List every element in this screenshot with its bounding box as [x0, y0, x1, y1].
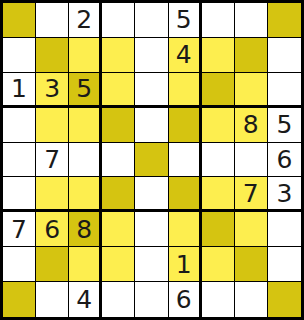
cell-r3c7[interactable]: 8	[235, 108, 268, 143]
cell-r1c7[interactable]	[235, 38, 268, 73]
cell-r6c8[interactable]	[268, 212, 301, 247]
cell-r7c0[interactable]	[3, 247, 36, 282]
cell-r6c3[interactable]	[102, 212, 135, 247]
cell-r2c7[interactable]	[235, 73, 268, 108]
cell-r8c3[interactable]	[102, 282, 135, 317]
cell-r8c5[interactable]: 6	[169, 282, 202, 317]
sudoku-board: 254135857673768146	[0, 0, 304, 320]
cell-r8c1[interactable]	[36, 282, 69, 317]
cell-r1c0[interactable]	[3, 38, 36, 73]
cell-r7c3[interactable]	[102, 247, 135, 282]
cell-r4c7[interactable]	[235, 143, 268, 178]
cell-r5c2[interactable]	[69, 177, 102, 212]
cell-r3c8[interactable]: 5	[268, 108, 301, 143]
cell-r2c1[interactable]: 3	[36, 73, 69, 108]
cell-r4c5[interactable]	[169, 143, 202, 178]
cell-r5c6[interactable]	[202, 177, 235, 212]
cell-r8c0[interactable]	[3, 282, 36, 317]
cell-r3c1[interactable]	[36, 108, 69, 143]
cell-r2c2[interactable]: 5	[69, 73, 102, 108]
cell-r0c5[interactable]: 5	[169, 3, 202, 38]
cell-r4c4[interactable]	[135, 143, 168, 178]
cell-r2c6[interactable]	[202, 73, 235, 108]
cell-r6c7[interactable]	[235, 212, 268, 247]
cell-r0c0[interactable]	[3, 3, 36, 38]
cell-r7c7[interactable]	[235, 247, 268, 282]
cell-r2c5[interactable]	[169, 73, 202, 108]
cell-r0c7[interactable]	[235, 3, 268, 38]
cell-r3c3[interactable]	[102, 108, 135, 143]
cell-r1c1[interactable]	[36, 38, 69, 73]
cell-r0c6[interactable]	[202, 3, 235, 38]
cell-r7c1[interactable]	[36, 247, 69, 282]
cell-r5c7[interactable]: 7	[235, 177, 268, 212]
cell-r1c3[interactable]	[102, 38, 135, 73]
cell-r1c5[interactable]: 4	[169, 38, 202, 73]
cell-r5c3[interactable]	[102, 177, 135, 212]
cell-r8c2[interactable]: 4	[69, 282, 102, 317]
cell-r7c4[interactable]	[135, 247, 168, 282]
cell-r8c7[interactable]	[235, 282, 268, 317]
cell-r0c8[interactable]	[268, 3, 301, 38]
cell-r4c8[interactable]: 6	[268, 143, 301, 178]
cell-r1c4[interactable]	[135, 38, 168, 73]
cell-r0c3[interactable]	[102, 3, 135, 38]
cell-r7c8[interactable]	[268, 247, 301, 282]
cell-r3c4[interactable]	[135, 108, 168, 143]
cell-r8c6[interactable]	[202, 282, 235, 317]
cell-r8c4[interactable]	[135, 282, 168, 317]
cell-r4c1[interactable]: 7	[36, 143, 69, 178]
cell-r5c1[interactable]	[36, 177, 69, 212]
cell-r3c5[interactable]	[169, 108, 202, 143]
cell-r1c6[interactable]	[202, 38, 235, 73]
cell-r6c1[interactable]: 6	[36, 212, 69, 247]
cell-r6c2[interactable]: 8	[69, 212, 102, 247]
cell-r2c3[interactable]	[102, 73, 135, 108]
cell-r4c3[interactable]	[102, 143, 135, 178]
cell-r2c8[interactable]	[268, 73, 301, 108]
cell-r4c2[interactable]	[69, 143, 102, 178]
cell-r5c4[interactable]	[135, 177, 168, 212]
cell-r2c0[interactable]: 1	[3, 73, 36, 108]
cell-r5c8[interactable]: 3	[268, 177, 301, 212]
cell-r7c5[interactable]: 1	[169, 247, 202, 282]
cell-r3c6[interactable]	[202, 108, 235, 143]
cell-r1c2[interactable]	[69, 38, 102, 73]
cell-r2c4[interactable]	[135, 73, 168, 108]
cell-r4c6[interactable]	[202, 143, 235, 178]
cell-r4c0[interactable]	[3, 143, 36, 178]
cell-r8c8[interactable]	[268, 282, 301, 317]
cell-r3c0[interactable]	[3, 108, 36, 143]
cell-r0c2[interactable]: 2	[69, 3, 102, 38]
cell-r6c5[interactable]	[169, 212, 202, 247]
cell-r6c4[interactable]	[135, 212, 168, 247]
cell-r7c6[interactable]	[202, 247, 235, 282]
cell-r1c8[interactable]	[268, 38, 301, 73]
cell-r6c0[interactable]: 7	[3, 212, 36, 247]
cell-r3c2[interactable]	[69, 108, 102, 143]
cell-r0c1[interactable]	[36, 3, 69, 38]
cell-r6c6[interactable]	[202, 212, 235, 247]
cell-r7c2[interactable]	[69, 247, 102, 282]
cell-r0c4[interactable]	[135, 3, 168, 38]
cell-r5c0[interactable]	[3, 177, 36, 212]
cell-r5c5[interactable]	[169, 177, 202, 212]
